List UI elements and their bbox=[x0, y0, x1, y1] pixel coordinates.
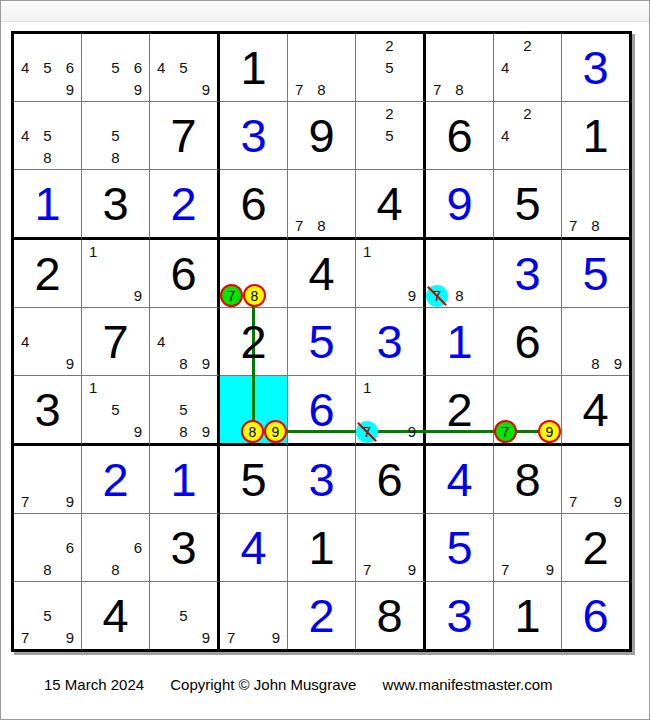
candidate-8: 8 bbox=[448, 79, 470, 101]
candidate-4: 4 bbox=[494, 56, 516, 78]
candidate-7: 7 bbox=[288, 79, 310, 101]
candidate-8: 8 bbox=[172, 353, 194, 375]
cell-r1c9[interactable]: 3 bbox=[562, 34, 629, 102]
empty-slot bbox=[539, 34, 561, 56]
empty-slot bbox=[127, 34, 149, 56]
candidate-9: 9 bbox=[539, 559, 561, 581]
empty-slot bbox=[607, 308, 629, 330]
cell-r9c2[interactable]: 4 bbox=[82, 582, 150, 649]
solved-digit: 4 bbox=[220, 514, 287, 581]
solved-digit: 3 bbox=[426, 582, 493, 649]
cell-r6c9[interactable]: 4 bbox=[562, 376, 629, 446]
cell-r7c6[interactable]: 6 bbox=[356, 446, 426, 514]
empty-slot bbox=[265, 604, 287, 626]
cell-r4c8[interactable]: 3 bbox=[494, 240, 562, 308]
candidate-2: 2 bbox=[516, 34, 538, 56]
empty-slot bbox=[378, 240, 400, 262]
empty-slot bbox=[195, 582, 217, 604]
solved-digit: 3 bbox=[288, 446, 355, 513]
cell-r9c1[interactable]: 579 bbox=[14, 582, 82, 649]
cell-r9c6[interactable]: 8 bbox=[356, 582, 426, 649]
cell-r8c4[interactable]: 4 bbox=[220, 514, 288, 582]
empty-slot bbox=[584, 468, 606, 490]
empty-slot bbox=[243, 240, 266, 262]
pencil-marks: 589 bbox=[150, 376, 217, 443]
cell-r3c5[interactable]: 78 bbox=[288, 170, 356, 240]
grid-row-7: 79215364879 bbox=[14, 446, 629, 514]
cell-r8c6[interactable]: 79 bbox=[356, 514, 426, 582]
empty-slot bbox=[82, 536, 104, 558]
cell-r4c5[interactable]: 4 bbox=[288, 240, 356, 308]
candidate-9: 9 bbox=[195, 79, 217, 101]
empty-slot bbox=[150, 421, 172, 443]
candidate-5: 5 bbox=[378, 124, 400, 146]
cell-r7c2[interactable]: 2 bbox=[82, 446, 150, 514]
empty-slot bbox=[59, 102, 81, 124]
empty-slot bbox=[584, 192, 606, 214]
candidate-7: 7 bbox=[288, 215, 310, 237]
empty-slot bbox=[266, 284, 287, 307]
given-digit: 9 bbox=[288, 102, 355, 169]
pencil-marks: 25 bbox=[356, 34, 423, 101]
candidate-7: 7 bbox=[562, 215, 584, 237]
empty-slot bbox=[195, 398, 217, 420]
cell-r6c4[interactable]: 89 bbox=[220, 376, 288, 446]
empty-slot bbox=[401, 398, 423, 420]
cell-r1c3[interactable]: 459 bbox=[150, 34, 220, 102]
cell-r8c3[interactable]: 3 bbox=[150, 514, 220, 582]
solved-digit: 1 bbox=[14, 170, 81, 237]
cell-r1c4[interactable]: 1 bbox=[220, 34, 288, 102]
cell-r9c9[interactable]: 6 bbox=[562, 582, 629, 649]
empty-slot bbox=[562, 353, 584, 375]
cell-r1c6[interactable]: 25 bbox=[356, 34, 426, 102]
given-digit: 8 bbox=[494, 446, 561, 513]
pencil-marks: 79 bbox=[494, 514, 561, 581]
candidate-9: 9 bbox=[265, 627, 287, 649]
empty-slot bbox=[104, 376, 126, 398]
cell-r6c2[interactable]: 159 bbox=[82, 376, 150, 446]
candidate-5: 5 bbox=[36, 604, 58, 626]
empty-slot bbox=[516, 559, 538, 581]
empty-slot bbox=[356, 34, 378, 56]
cell-r8c8[interactable]: 79 bbox=[494, 514, 562, 582]
pencil-marks: 569 bbox=[82, 34, 149, 101]
pencil-marks: 58 bbox=[82, 102, 149, 169]
empty-slot bbox=[494, 376, 517, 398]
empty-slot bbox=[539, 514, 561, 536]
cell-r9c4[interactable]: 79 bbox=[220, 582, 288, 649]
empty-slot bbox=[494, 147, 516, 169]
empty-slot bbox=[356, 102, 378, 124]
cell-r9c7[interactable]: 3 bbox=[426, 582, 494, 649]
candidate-1: 1 bbox=[356, 240, 378, 262]
empty-slot bbox=[333, 215, 355, 237]
candidate-7: 7 bbox=[14, 627, 36, 649]
given-digit: 2 bbox=[562, 514, 629, 581]
candidate-9: 9 bbox=[607, 491, 629, 513]
empty-slot bbox=[150, 34, 172, 56]
solved-digit: 9 bbox=[426, 170, 493, 237]
cell-r5c2[interactable]: 7 bbox=[82, 308, 150, 376]
empty-slot bbox=[516, 124, 538, 146]
candidate-8: 8 bbox=[36, 147, 58, 169]
empty-slot bbox=[517, 398, 538, 420]
empty-slot bbox=[150, 353, 172, 375]
pencil-marks: 489 bbox=[150, 308, 217, 375]
empty-slot bbox=[607, 215, 629, 237]
empty-slot bbox=[310, 56, 332, 78]
empty-slot bbox=[172, 308, 194, 330]
pencil-marks: 24 bbox=[494, 102, 561, 169]
cell-r3c4[interactable]: 6 bbox=[220, 170, 288, 240]
empty-slot bbox=[36, 582, 58, 604]
given-digit: 2 bbox=[220, 308, 287, 375]
sudoku-board: 4569569459178257824345858739256241132678… bbox=[11, 31, 632, 652]
empty-slot bbox=[538, 376, 561, 398]
empty-slot bbox=[448, 56, 470, 78]
cell-r2c6[interactable]: 25 bbox=[356, 102, 426, 170]
empty-slot bbox=[14, 582, 36, 604]
pencil-marks: 78 bbox=[288, 34, 355, 101]
grid-row-5: 4974892531689 bbox=[14, 308, 629, 376]
cell-r2c3[interactable]: 7 bbox=[150, 102, 220, 170]
empty-slot bbox=[36, 330, 58, 352]
cell-r3c9[interactable]: 78 bbox=[562, 170, 629, 240]
empty-slot bbox=[584, 170, 606, 192]
cell-r1c7[interactable]: 78 bbox=[426, 34, 494, 102]
empty-slot bbox=[356, 124, 378, 146]
empty-slot bbox=[36, 491, 58, 513]
cell-r1c1[interactable]: 4569 bbox=[14, 34, 82, 102]
empty-slot bbox=[288, 170, 310, 192]
cell-r1c5[interactable]: 78 bbox=[288, 34, 356, 102]
footer: 15 March 2024 Copyright © John Musgrave … bbox=[44, 676, 553, 693]
cell-r5c8[interactable]: 6 bbox=[494, 308, 562, 376]
given-digit: 6 bbox=[220, 170, 287, 237]
cell-r8c7[interactable]: 5 bbox=[426, 514, 494, 582]
empty-slot bbox=[607, 192, 629, 214]
page: 4569569459178257824345858739256241132678… bbox=[0, 0, 650, 720]
cell-r2c2[interactable]: 58 bbox=[82, 102, 150, 170]
empty-slot bbox=[14, 514, 36, 536]
empty-slot bbox=[333, 192, 355, 214]
pencil-marks: 19 bbox=[356, 240, 423, 307]
candidate-7: 7 bbox=[562, 491, 584, 513]
pencil-marks: 25 bbox=[356, 102, 423, 169]
candidate-1: 1 bbox=[356, 376, 378, 398]
empty-slot bbox=[333, 79, 355, 101]
cell-r6c3[interactable]: 589 bbox=[150, 376, 220, 446]
pencil-marks: 59 bbox=[150, 582, 217, 649]
empty-slot bbox=[562, 468, 584, 490]
empty-slot bbox=[356, 398, 378, 420]
cell-r7c1[interactable]: 79 bbox=[14, 446, 82, 514]
cell-r1c2[interactable]: 569 bbox=[82, 34, 150, 102]
empty-slot bbox=[172, 376, 194, 398]
cell-r7c9[interactable]: 79 bbox=[562, 446, 629, 514]
empty-slot bbox=[516, 514, 538, 536]
empty-slot bbox=[172, 34, 194, 56]
empty-slot bbox=[36, 627, 58, 649]
empty-slot bbox=[538, 398, 561, 420]
empty-slot bbox=[242, 604, 264, 626]
empty-slot bbox=[333, 170, 355, 192]
cell-r7c4[interactable]: 5 bbox=[220, 446, 288, 514]
empty-slot bbox=[288, 192, 310, 214]
empty-slot bbox=[127, 398, 149, 420]
footer-website[interactable]: www.manifestmaster.com bbox=[383, 676, 553, 693]
given-digit: 6 bbox=[150, 240, 217, 307]
candidate-9: 9 bbox=[59, 79, 81, 101]
cell-r2c7[interactable]: 6 bbox=[426, 102, 494, 170]
empty-slot bbox=[82, 147, 104, 169]
solved-digit: 2 bbox=[82, 446, 149, 513]
cell-r2c5[interactable]: 9 bbox=[288, 102, 356, 170]
cell-r8c9[interactable]: 2 bbox=[562, 514, 629, 582]
grid-row-8: 6868341795792 bbox=[14, 514, 629, 582]
candidate-8: 8 bbox=[36, 559, 58, 581]
empty-slot bbox=[516, 147, 538, 169]
cell-r4c4[interactable]: 78 bbox=[220, 240, 288, 308]
cell-r7c3[interactable]: 1 bbox=[150, 446, 220, 514]
candidate-7: 7 bbox=[356, 421, 378, 443]
cell-r6c5[interactable]: 6 bbox=[288, 376, 356, 446]
cell-r4c1[interactable]: 2 bbox=[14, 240, 82, 308]
candidate-8: 8 bbox=[104, 147, 126, 169]
empty-slot bbox=[36, 34, 58, 56]
empty-slot bbox=[150, 582, 172, 604]
empty-slot bbox=[356, 285, 378, 307]
empty-slot bbox=[401, 147, 423, 169]
cell-r5c3[interactable]: 489 bbox=[150, 308, 220, 376]
candidate-6: 6 bbox=[59, 56, 81, 78]
empty-slot bbox=[266, 262, 287, 284]
empty-slot bbox=[36, 468, 58, 490]
cell-r9c5[interactable]: 2 bbox=[288, 582, 356, 649]
pencil-marks: 49 bbox=[14, 308, 81, 375]
given-digit: 4 bbox=[562, 376, 629, 443]
given-digit: 7 bbox=[150, 102, 217, 169]
empty-slot bbox=[401, 376, 423, 398]
solved-digit: 3 bbox=[356, 308, 423, 375]
pencil-marks: 68 bbox=[82, 514, 149, 581]
cell-r7c8[interactable]: 8 bbox=[494, 446, 562, 514]
empty-slot bbox=[584, 330, 606, 352]
empty-slot bbox=[426, 262, 448, 284]
cell-r6c7[interactable]: 2 bbox=[426, 376, 494, 446]
empty-slot bbox=[59, 330, 81, 352]
empty-slot bbox=[172, 582, 194, 604]
empty-slot bbox=[220, 262, 243, 284]
empty-slot bbox=[607, 170, 629, 192]
solved-digit: 4 bbox=[426, 446, 493, 513]
cell-r5c5[interactable]: 5 bbox=[288, 308, 356, 376]
cell-r3c8[interactable]: 5 bbox=[494, 170, 562, 240]
cell-r8c5[interactable]: 1 bbox=[288, 514, 356, 582]
empty-slot bbox=[14, 34, 36, 56]
cell-r1c8[interactable]: 24 bbox=[494, 34, 562, 102]
empty-slot bbox=[82, 102, 104, 124]
empty-slot bbox=[516, 536, 538, 558]
candidate-5: 5 bbox=[104, 398, 126, 420]
empty-slot bbox=[517, 376, 538, 398]
cell-r6c1[interactable]: 3 bbox=[14, 376, 82, 446]
cell-r5c6[interactable]: 3 bbox=[356, 308, 426, 376]
candidate-9: 9 bbox=[401, 285, 423, 307]
cell-r3c3[interactable]: 2 bbox=[150, 170, 220, 240]
given-digit: 1 bbox=[562, 102, 629, 169]
cell-r4c3[interactable]: 6 bbox=[150, 240, 220, 308]
candidate-8: 8 bbox=[448, 285, 470, 307]
cell-r6c8[interactable]: 79 bbox=[494, 376, 562, 446]
cell-r5c9[interactable]: 89 bbox=[562, 308, 629, 376]
cell-r2c4[interactable]: 3 bbox=[220, 102, 288, 170]
given-digit: 3 bbox=[82, 170, 149, 237]
empty-slot bbox=[36, 308, 58, 330]
empty-slot bbox=[401, 240, 423, 262]
cell-r5c1[interactable]: 49 bbox=[14, 308, 82, 376]
empty-slot bbox=[104, 421, 126, 443]
empty-slot bbox=[104, 102, 126, 124]
cell-r7c7[interactable]: 4 bbox=[426, 446, 494, 514]
cell-r8c2[interactable]: 68 bbox=[82, 514, 150, 582]
candidate-5: 5 bbox=[36, 124, 58, 146]
candidate-8: 8 bbox=[243, 284, 266, 307]
empty-slot bbox=[310, 192, 332, 214]
empty-slot bbox=[378, 536, 400, 558]
given-digit: 4 bbox=[356, 170, 423, 237]
candidate-6: 6 bbox=[59, 536, 81, 558]
given-digit: 8 bbox=[356, 582, 423, 649]
cell-r4c7[interactable]: 78 bbox=[426, 240, 494, 308]
candidate-9: 9 bbox=[127, 79, 149, 101]
cell-r5c4[interactable]: 2 bbox=[220, 308, 288, 376]
empty-slot bbox=[220, 582, 242, 604]
cell-r7c5[interactable]: 3 bbox=[288, 446, 356, 514]
empty-slot bbox=[516, 56, 538, 78]
empty-slot bbox=[378, 559, 400, 581]
candidate-9: 9 bbox=[607, 353, 629, 375]
pencil-marks: 179 bbox=[356, 376, 423, 443]
empty-slot bbox=[562, 192, 584, 214]
empty-slot bbox=[150, 376, 172, 398]
candidate-1: 1 bbox=[82, 376, 104, 398]
empty-slot bbox=[36, 446, 58, 468]
candidate-2: 2 bbox=[378, 102, 400, 124]
cell-r3c2[interactable]: 3 bbox=[82, 170, 150, 240]
empty-slot bbox=[195, 56, 217, 78]
empty-slot bbox=[243, 262, 266, 284]
candidate-6: 6 bbox=[127, 56, 149, 78]
empty-slot bbox=[288, 34, 310, 56]
pencil-marks: 78 bbox=[562, 170, 629, 237]
candidate-7: 7 bbox=[356, 559, 378, 581]
pencil-marks: 89 bbox=[220, 376, 287, 443]
empty-slot bbox=[310, 34, 332, 56]
eliminated-candidate: 7 bbox=[356, 421, 378, 443]
empty-slot bbox=[356, 56, 378, 78]
empty-slot bbox=[59, 582, 81, 604]
empty-slot bbox=[264, 376, 287, 398]
pencil-marks: 79 bbox=[494, 376, 561, 443]
cell-r2c8[interactable]: 24 bbox=[494, 102, 562, 170]
candidate-9: 9 bbox=[401, 421, 423, 443]
empty-slot bbox=[494, 102, 516, 124]
chain-node-yellow: 8 bbox=[243, 284, 266, 307]
given-digit: 4 bbox=[288, 240, 355, 307]
empty-slot bbox=[401, 536, 423, 558]
cell-r4c9[interactable]: 5 bbox=[562, 240, 629, 308]
cell-r6c6[interactable]: 179 bbox=[356, 376, 426, 446]
empty-slot bbox=[127, 124, 149, 146]
cell-r9c3[interactable]: 59 bbox=[150, 582, 220, 649]
given-digit: 1 bbox=[220, 34, 287, 101]
empty-slot bbox=[448, 262, 470, 284]
empty-slot bbox=[401, 124, 423, 146]
candidate-8: 8 bbox=[310, 79, 332, 101]
empty-slot bbox=[127, 262, 149, 284]
empty-slot bbox=[356, 262, 378, 284]
cell-r4c6[interactable]: 19 bbox=[356, 240, 426, 308]
cell-r8c1[interactable]: 68 bbox=[14, 514, 82, 582]
cell-r2c9[interactable]: 1 bbox=[562, 102, 629, 170]
cell-r3c6[interactable]: 4 bbox=[356, 170, 426, 240]
empty-slot bbox=[471, 56, 493, 78]
empty-slot bbox=[14, 102, 36, 124]
candidate-7: 7 bbox=[220, 284, 243, 307]
given-digit: 4 bbox=[82, 582, 149, 649]
candidate-5: 5 bbox=[104, 124, 126, 146]
empty-slot bbox=[607, 468, 629, 490]
cell-r4c2[interactable]: 19 bbox=[82, 240, 150, 308]
empty-slot bbox=[562, 170, 584, 192]
empty-slot bbox=[195, 330, 217, 352]
candidate-4: 4 bbox=[14, 56, 36, 78]
empty-slot bbox=[82, 124, 104, 146]
empty-slot bbox=[59, 124, 81, 146]
given-digit: 6 bbox=[494, 308, 561, 375]
empty-slot bbox=[562, 446, 584, 468]
empty-slot bbox=[36, 536, 58, 558]
empty-slot bbox=[14, 147, 36, 169]
cell-r3c7[interactable]: 9 bbox=[426, 170, 494, 240]
given-digit: 3 bbox=[14, 376, 81, 443]
cell-r9c8[interactable]: 1 bbox=[494, 582, 562, 649]
cell-r3c1[interactable]: 1 bbox=[14, 170, 82, 240]
pencil-marks: 79 bbox=[220, 582, 287, 649]
empty-slot bbox=[220, 604, 242, 626]
empty-slot bbox=[378, 285, 400, 307]
empty-slot bbox=[220, 240, 243, 262]
empty-slot bbox=[150, 308, 172, 330]
cell-r5c7[interactable]: 1 bbox=[426, 308, 494, 376]
candidate-9: 9 bbox=[264, 420, 287, 443]
candidate-7: 7 bbox=[494, 420, 517, 443]
candidate-7: 7 bbox=[220, 627, 242, 649]
empty-slot bbox=[82, 285, 104, 307]
cell-r2c1[interactable]: 458 bbox=[14, 102, 82, 170]
empty-slot bbox=[14, 353, 36, 375]
chain-node-green: 7 bbox=[494, 420, 517, 443]
empty-slot bbox=[82, 262, 104, 284]
empty-slot bbox=[104, 79, 126, 101]
empty-slot bbox=[539, 79, 561, 101]
empty-slot bbox=[584, 446, 606, 468]
empty-slot bbox=[494, 398, 517, 420]
empty-slot bbox=[127, 102, 149, 124]
pencil-marks: 78 bbox=[288, 170, 355, 237]
